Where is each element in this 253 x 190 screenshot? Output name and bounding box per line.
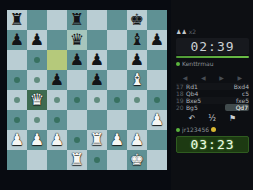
piece-black-pawn[interactable]: ♟: [67, 50, 87, 70]
online-dot: [176, 128, 180, 132]
piece-white-bishop[interactable]: ♝: [127, 70, 147, 90]
square-g1[interactable]: ♚: [127, 150, 147, 170]
move-hint-dot: [74, 97, 80, 103]
square-b8[interactable]: [27, 10, 47, 30]
piece-white-pawn[interactable]: ♟: [27, 130, 47, 150]
square-f1[interactable]: [107, 150, 127, 170]
square-a7[interactable]: ♟: [7, 30, 27, 50]
piece-black-pawn[interactable]: ♟: [127, 50, 147, 70]
players-icon: ♟♟: [176, 28, 187, 36]
square-h3[interactable]: ♟: [147, 110, 167, 130]
square-e5[interactable]: ♟: [87, 70, 107, 90]
opponent-name: Kenttrmau: [182, 60, 214, 68]
white-move[interactable]: Bg5: [186, 104, 225, 111]
move-hint-dot: [54, 97, 60, 103]
square-b3[interactable]: [27, 110, 47, 130]
game-panel: ♟♟ x2 02:39 Kenttrmau ◀◀▶▶ 17Rd1Bxd418Qb…: [171, 0, 253, 190]
square-a2[interactable]: ♟: [7, 130, 27, 150]
first-move-button[interactable]: ◀: [183, 74, 188, 82]
piece-black-rook[interactable]: ♜: [7, 10, 27, 30]
square-a3[interactable]: [7, 110, 27, 130]
square-h8[interactable]: [147, 10, 167, 30]
move-hint-dot: [34, 117, 40, 123]
piece-white-pawn[interactable]: ♟: [127, 130, 147, 150]
square-g8[interactable]: ♚: [127, 10, 147, 30]
square-a4[interactable]: [7, 90, 27, 110]
move-nav-row: ◀◀▶▶: [176, 74, 249, 82]
square-f5[interactable]: [107, 70, 127, 90]
spectators-row: ♟♟ x2: [176, 27, 249, 36]
square-g2[interactable]: ♟: [127, 130, 147, 150]
square-c8[interactable]: [47, 10, 67, 30]
square-a5[interactable]: [7, 70, 27, 90]
square-g6[interactable]: ♟: [127, 50, 147, 70]
move-hint-dot: [94, 97, 100, 103]
square-f7[interactable]: [107, 30, 127, 50]
square-d1[interactable]: ♜: [67, 150, 87, 170]
square-c7[interactable]: [47, 30, 67, 50]
square-d2[interactable]: [67, 130, 87, 150]
square-b6[interactable]: [27, 50, 47, 70]
square-b2[interactable]: ♟: [27, 130, 47, 150]
move-row: 19Bxe5fxe5: [176, 97, 249, 104]
move-hint-dot: [14, 77, 20, 83]
square-h1[interactable]: [147, 150, 167, 170]
piece-black-pawn[interactable]: ♟: [87, 70, 107, 90]
square-d5[interactable]: [67, 70, 87, 90]
move-hint-dot: [134, 97, 140, 103]
square-g7[interactable]: ♝: [127, 30, 147, 50]
square-d4[interactable]: [67, 90, 87, 110]
last-move-button[interactable]: ▶: [238, 74, 243, 82]
white-move[interactable]: Bxe5: [186, 97, 227, 104]
square-h5[interactable]: [147, 70, 167, 90]
square-e8[interactable]: [87, 10, 107, 30]
move-number: 17: [176, 83, 186, 90]
square-e4[interactable]: [87, 90, 107, 110]
piece-black-pawn[interactable]: ♟: [7, 30, 27, 50]
piece-black-pawn[interactable]: ♟: [87, 50, 107, 70]
next-move-button[interactable]: ▶: [219, 74, 224, 82]
piece-black-pawn[interactable]: ♟: [27, 30, 47, 50]
square-e6[interactable]: ♟: [87, 50, 107, 70]
square-a8[interactable]: ♜: [7, 10, 27, 30]
square-e2[interactable]: ♜: [87, 130, 107, 150]
move-number: 19: [176, 97, 186, 104]
square-c6[interactable]: [47, 50, 67, 70]
piece-white-pawn[interactable]: ♟: [107, 130, 127, 150]
square-b5[interactable]: [27, 70, 47, 90]
square-d6[interactable]: ♟: [67, 50, 87, 70]
square-d7[interactable]: ♛: [67, 30, 87, 50]
move-list: 17Rd1Bxd418Qb4c519Bxe5fxe520Bg5Qd7: [176, 83, 249, 111]
move-hint-dot: [14, 117, 20, 123]
square-h6[interactable]: [147, 50, 167, 70]
square-f6[interactable]: [107, 50, 127, 70]
move-hint-dot: [34, 77, 40, 83]
move-row: 17Rd1Bxd4: [176, 83, 249, 90]
square-g4[interactable]: [127, 90, 147, 110]
piece-black-queen[interactable]: ♛: [67, 30, 87, 50]
gold-badge-icon: [211, 127, 216, 132]
takeback-button[interactable]: ↶: [189, 114, 196, 124]
square-g3[interactable]: [127, 110, 147, 130]
square-e3[interactable]: [87, 110, 107, 130]
move-number: 20: [176, 104, 186, 111]
move-hint-dot: [74, 137, 80, 143]
square-h2[interactable]: [147, 130, 167, 150]
piece-black-rook[interactable]: ♜: [67, 10, 87, 30]
player-row: jr123456: [176, 125, 249, 134]
square-c5[interactable]: ♟: [47, 70, 67, 90]
move-hint-dot: [14, 97, 20, 103]
square-c2[interactable]: ♟: [47, 130, 67, 150]
chess-board: ♜♜♚♟♟♛♝♟♟♟♟♟♟♝♛♟♟♟♟♜♟♟♜♚: [7, 10, 167, 170]
prev-move-button[interactable]: ◀: [201, 74, 206, 82]
piece-white-rook[interactable]: ♜: [87, 130, 107, 150]
opponent-player-row: Kenttrmau: [176, 59, 249, 68]
move-hint-dot: [154, 97, 160, 103]
piece-white-king[interactable]: ♚: [127, 150, 147, 170]
move-hint-dot: [54, 117, 60, 123]
white-move[interactable]: Qb4: [186, 90, 227, 97]
move-number: 18: [176, 90, 186, 97]
player-name: jr123456: [182, 126, 209, 134]
move-row: 20Bg5Qd7: [176, 104, 249, 111]
app-screen: ♜♜♚♟♟♛♝♟♟♟♟♟♟♝♛♟♟♟♟♜♟♟♜♚ ♟♟ x2 02:39 Ken…: [0, 0, 253, 190]
square-e7[interactable]: [87, 30, 107, 50]
online-dot: [176, 62, 180, 66]
square-b4[interactable]: ♛: [27, 90, 47, 110]
opponent-clock: 02:39: [176, 38, 249, 55]
square-e1[interactable]: [87, 150, 107, 170]
square-g5[interactable]: ♝: [127, 70, 147, 90]
square-h4[interactable]: [147, 90, 167, 110]
black-move[interactable]: c5: [227, 90, 249, 97]
move-row: 18Qb4c5: [176, 90, 249, 97]
piece-black-pawn[interactable]: ♟: [47, 70, 67, 90]
move-hint-dot: [34, 57, 40, 63]
move-hint-dot: [94, 157, 100, 163]
square-b7[interactable]: ♟: [27, 30, 47, 50]
piece-white-queen[interactable]: ♛: [27, 90, 47, 110]
piece-black-pawn[interactable]: ♟: [147, 30, 167, 50]
piece-white-pawn[interactable]: ♟: [147, 110, 167, 130]
square-f8[interactable]: [107, 10, 127, 30]
piece-white-pawn[interactable]: ♟: [47, 130, 67, 150]
square-d3[interactable]: [67, 110, 87, 130]
player-clock: 03:23: [176, 136, 249, 153]
square-c1[interactable]: [47, 150, 67, 170]
piece-white-rook[interactable]: ♜: [67, 150, 87, 170]
square-f2[interactable]: ♟: [107, 130, 127, 150]
square-h7[interactable]: ♟: [147, 30, 167, 50]
square-a1[interactable]: [7, 150, 27, 170]
square-c4[interactable]: [47, 90, 67, 110]
square-d8[interactable]: ♜: [67, 10, 87, 30]
draw-offer-button[interactable]: ½: [208, 114, 216, 124]
white-move[interactable]: Rd1: [186, 83, 227, 90]
spectators-count: x2: [189, 28, 196, 36]
piece-white-pawn[interactable]: ♟: [7, 130, 27, 150]
square-a6[interactable]: [7, 50, 27, 70]
square-f3[interactable]: [107, 110, 127, 130]
square-c3[interactable]: [47, 110, 67, 130]
black-move[interactable]: Bxd4: [227, 83, 249, 90]
time-progress-bar: [176, 56, 249, 58]
black-move[interactable]: fxe5: [227, 97, 249, 104]
black-move-current[interactable]: Qd7: [225, 104, 249, 111]
game-actions-row: ↶½⚑: [176, 114, 249, 124]
move-hint-dot: [114, 97, 120, 103]
piece-black-king[interactable]: ♚: [127, 10, 147, 30]
piece-black-bishop[interactable]: ♝: [127, 30, 147, 50]
resign-button[interactable]: ⚑: [229, 114, 236, 124]
square-f4[interactable]: [107, 90, 127, 110]
square-b1[interactable]: [27, 150, 47, 170]
